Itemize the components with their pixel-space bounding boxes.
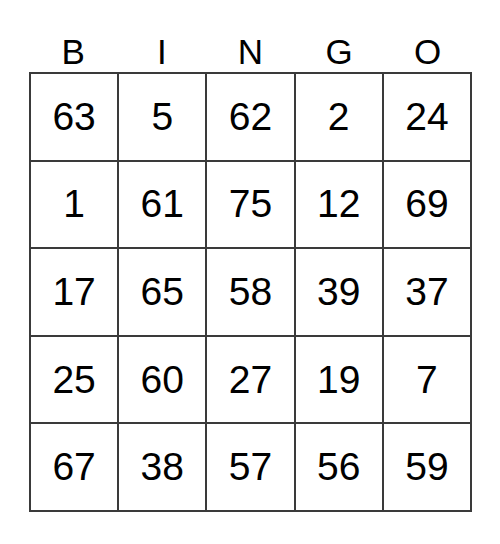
bingo-cell-r3c4[interactable]: 39 — [295, 248, 383, 336]
bingo-grid: 63 5 62 2 24 1 61 75 12 69 17 65 58 39 3… — [29, 72, 472, 512]
bingo-cell-r4c5[interactable]: 7 — [383, 336, 471, 424]
header-letter-b: B — [29, 0, 118, 72]
bingo-cell-r5c1[interactable]: 67 — [30, 423, 118, 511]
bingo-cell-r1c2[interactable]: 5 — [118, 73, 206, 161]
bingo-cell-r4c4[interactable]: 19 — [295, 336, 383, 424]
bingo-cell-r5c5[interactable]: 59 — [383, 423, 471, 511]
bingo-cell-r3c1[interactable]: 17 — [30, 248, 118, 336]
header-letter-n: N — [206, 0, 295, 72]
bingo-card: B I N G O 63 5 62 2 24 1 61 75 12 69 17 … — [0, 0, 500, 544]
bingo-cell-r2c5[interactable]: 69 — [383, 161, 471, 249]
bingo-cell-r2c1[interactable]: 1 — [30, 161, 118, 249]
bingo-cell-r5c3[interactable]: 57 — [206, 423, 294, 511]
header-letter-g: G — [295, 0, 384, 72]
bingo-cell-r3c5[interactable]: 37 — [383, 248, 471, 336]
bingo-cell-r3c2[interactable]: 65 — [118, 248, 206, 336]
bingo-cell-r1c4[interactable]: 2 — [295, 73, 383, 161]
bingo-cell-r1c5[interactable]: 24 — [383, 73, 471, 161]
bingo-cell-r4c3[interactable]: 27 — [206, 336, 294, 424]
bingo-cell-r5c2[interactable]: 38 — [118, 423, 206, 511]
header-letter-o: O — [383, 0, 472, 72]
bingo-header-row: B I N G O — [29, 0, 472, 72]
header-letter-i: I — [118, 0, 207, 72]
bingo-cell-r2c3[interactable]: 75 — [206, 161, 294, 249]
bingo-cell-r4c2[interactable]: 60 — [118, 336, 206, 424]
bingo-cell-r5c4[interactable]: 56 — [295, 423, 383, 511]
bingo-cell-r2c2[interactable]: 61 — [118, 161, 206, 249]
bingo-cell-r2c4[interactable]: 12 — [295, 161, 383, 249]
bingo-cell-r1c3[interactable]: 62 — [206, 73, 294, 161]
bingo-cell-r1c1[interactable]: 63 — [30, 73, 118, 161]
bingo-cell-r4c1[interactable]: 25 — [30, 336, 118, 424]
bingo-cell-r3c3[interactable]: 58 — [206, 248, 294, 336]
